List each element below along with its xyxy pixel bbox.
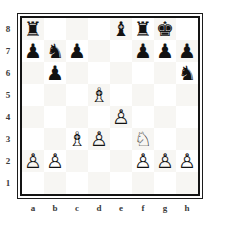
rank-label-4: 4 [2, 106, 14, 128]
square-f6[interactable] [132, 62, 154, 84]
file-label-h: h [176, 201, 198, 215]
piece-black-pawn[interactable]: ♟ [68, 40, 86, 62]
square-e2[interactable] [110, 150, 132, 172]
square-d6[interactable] [88, 62, 110, 84]
square-e4[interactable]: ♙ [110, 106, 132, 128]
square-b4[interactable] [44, 106, 66, 128]
square-f7[interactable]: ♟ [132, 40, 154, 62]
square-f8[interactable]: ♜ [132, 18, 154, 40]
piece-white-bishop[interactable]: ♗ [68, 128, 86, 150]
file-label-b: b [44, 201, 66, 215]
square-d2[interactable] [88, 150, 110, 172]
square-e3[interactable] [110, 128, 132, 150]
square-f2[interactable]: ♙ [132, 150, 154, 172]
square-h3[interactable] [176, 128, 198, 150]
square-e1[interactable] [110, 172, 132, 194]
square-c6[interactable] [66, 62, 88, 84]
rank-labels: 87654321 [2, 18, 14, 194]
piece-black-rook[interactable]: ♜ [24, 18, 42, 40]
square-d5[interactable]: ♗ [88, 84, 110, 106]
square-d8[interactable] [88, 18, 110, 40]
square-b6[interactable]: ♟ [44, 62, 66, 84]
square-a4[interactable] [22, 106, 44, 128]
square-d3[interactable]: ♙ [88, 128, 110, 150]
square-f3[interactable]: ♘ [132, 128, 154, 150]
piece-black-knight[interactable]: ♞ [46, 40, 64, 62]
square-e6[interactable] [110, 62, 132, 84]
square-h1[interactable] [176, 172, 198, 194]
square-g5[interactable] [154, 84, 176, 106]
rank-label-8: 8 [2, 18, 14, 40]
piece-white-pawn[interactable]: ♙ [24, 150, 42, 172]
file-label-e: e [110, 201, 132, 215]
square-a8[interactable]: ♜ [22, 18, 44, 40]
piece-black-pawn[interactable]: ♟ [24, 40, 42, 62]
piece-black-pawn[interactable]: ♟ [156, 40, 174, 62]
piece-black-knight[interactable]: ♞ [178, 62, 196, 84]
square-b5[interactable] [44, 84, 66, 106]
square-c3[interactable]: ♗ [66, 128, 88, 150]
square-g7[interactable]: ♟ [154, 40, 176, 62]
square-g1[interactable] [154, 172, 176, 194]
rank-label-3: 3 [2, 128, 14, 150]
rank-label-7: 7 [2, 40, 14, 62]
square-c5[interactable] [66, 84, 88, 106]
square-g6[interactable] [154, 62, 176, 84]
chess-diagram: 87654321 ♜♝♜♚♟♞♟♟♟♟♟♞♗♙♗♙♘♙♙♙♙♙ abcdefgh [0, 0, 225, 225]
file-label-c: c [66, 201, 88, 215]
square-g8[interactable]: ♚ [154, 18, 176, 40]
square-b1[interactable] [44, 172, 66, 194]
piece-black-pawn[interactable]: ♟ [46, 62, 64, 84]
square-f4[interactable] [132, 106, 154, 128]
square-h2[interactable]: ♙ [176, 150, 198, 172]
file-label-d: d [88, 201, 110, 215]
square-a3[interactable] [22, 128, 44, 150]
rank-label-2: 2 [2, 150, 14, 172]
piece-white-pawn[interactable]: ♙ [134, 150, 152, 172]
square-a6[interactable] [22, 62, 44, 84]
square-h4[interactable] [176, 106, 198, 128]
square-g4[interactable] [154, 106, 176, 128]
piece-white-pawn[interactable]: ♙ [90, 128, 108, 150]
piece-white-bishop[interactable]: ♗ [90, 84, 108, 106]
piece-white-knight[interactable]: ♘ [134, 128, 152, 150]
rank-label-6: 6 [2, 62, 14, 84]
file-label-f: f [132, 201, 154, 215]
square-c4[interactable] [66, 106, 88, 128]
piece-black-king[interactable]: ♚ [156, 18, 174, 40]
file-label-g: g [154, 201, 176, 215]
board-frame: ♜♝♜♚♟♞♟♟♟♟♟♞♗♙♗♙♘♙♙♙♙♙ [17, 13, 203, 199]
piece-white-pawn[interactable]: ♙ [112, 106, 130, 128]
square-a5[interactable] [22, 84, 44, 106]
square-c7[interactable]: ♟ [66, 40, 88, 62]
square-e8[interactable]: ♝ [110, 18, 132, 40]
square-b7[interactable]: ♞ [44, 40, 66, 62]
square-d4[interactable] [88, 106, 110, 128]
rank-label-1: 1 [2, 172, 14, 194]
piece-white-pawn[interactable]: ♙ [156, 150, 174, 172]
square-e5[interactable] [110, 84, 132, 106]
piece-black-pawn[interactable]: ♟ [134, 40, 152, 62]
chess-board: ♜♝♜♚♟♞♟♟♟♟♟♞♗♙♗♙♘♙♙♙♙♙ [20, 16, 200, 196]
square-c8[interactable] [66, 18, 88, 40]
rank-label-5: 5 [2, 84, 14, 106]
square-b2[interactable]: ♙ [44, 150, 66, 172]
square-a1[interactable] [22, 172, 44, 194]
square-a2[interactable]: ♙ [22, 150, 44, 172]
square-f5[interactable] [132, 84, 154, 106]
square-b3[interactable] [44, 128, 66, 150]
piece-white-pawn[interactable]: ♙ [46, 150, 64, 172]
square-b8[interactable] [44, 18, 66, 40]
square-f1[interactable] [132, 172, 154, 194]
square-d7[interactable] [88, 40, 110, 62]
square-g2[interactable]: ♙ [154, 150, 176, 172]
piece-white-pawn[interactable]: ♙ [178, 150, 196, 172]
square-g3[interactable] [154, 128, 176, 150]
piece-black-rook[interactable]: ♜ [134, 18, 152, 40]
square-h6[interactable]: ♞ [176, 62, 198, 84]
square-h8[interactable] [176, 18, 198, 40]
file-labels: abcdefgh [22, 201, 198, 215]
square-h5[interactable] [176, 84, 198, 106]
square-d1[interactable] [88, 172, 110, 194]
piece-black-pawn[interactable]: ♟ [178, 40, 196, 62]
square-e7[interactable] [110, 40, 132, 62]
piece-black-bishop[interactable]: ♝ [112, 18, 130, 40]
square-c1[interactable] [66, 172, 88, 194]
square-h7[interactable]: ♟ [176, 40, 198, 62]
square-c2[interactable] [66, 150, 88, 172]
square-a7[interactable]: ♟ [22, 40, 44, 62]
file-label-a: a [22, 201, 44, 215]
